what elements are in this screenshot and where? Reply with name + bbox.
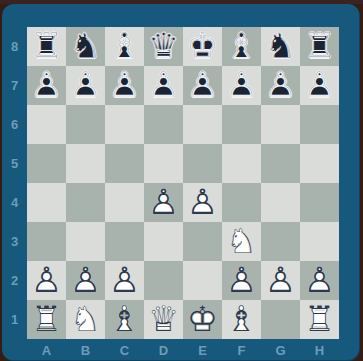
white-rook[interactable]: ♜♖: [300, 300, 339, 339]
piece-outline-glyph: ♖: [300, 300, 339, 339]
square-h5[interactable]: [300, 144, 339, 183]
white-pawn[interactable]: ♟♙: [300, 261, 339, 300]
black-rook[interactable]: ♜♖: [27, 27, 66, 66]
square-d6[interactable]: [144, 105, 183, 144]
black-knight[interactable]: ♞♘: [66, 27, 105, 66]
square-a2[interactable]: ♟♙: [27, 261, 66, 300]
piece-outline-glyph: ♖: [300, 27, 339, 66]
white-king[interactable]: ♚♔: [183, 300, 222, 339]
square-b1[interactable]: ♞♘: [66, 300, 105, 339]
black-pawn[interactable]: ♟♙: [300, 66, 339, 105]
black-pawn[interactable]: ♟♙: [222, 66, 261, 105]
square-h6[interactable]: [300, 105, 339, 144]
square-e1[interactable]: ♚♔: [183, 300, 222, 339]
square-a7[interactable]: ♟♙: [27, 66, 66, 105]
piece-outline-glyph: ♗: [222, 27, 261, 66]
square-c7[interactable]: ♟♙: [105, 66, 144, 105]
square-b3[interactable]: [66, 222, 105, 261]
square-e7[interactable]: ♟♙: [183, 66, 222, 105]
white-rook[interactable]: ♜♖: [27, 300, 66, 339]
piece-outline-glyph: ♘: [222, 222, 261, 261]
white-bishop[interactable]: ♝♗: [105, 300, 144, 339]
piece-outline-glyph: ♕: [144, 300, 183, 339]
square-d2[interactable]: [144, 261, 183, 300]
piece-outline-glyph: ♔: [183, 300, 222, 339]
black-pawn[interactable]: ♟♙: [183, 66, 222, 105]
square-a8[interactable]: ♜♖: [27, 27, 66, 66]
piece-outline-glyph: ♙: [300, 66, 339, 105]
board-frame: 87654321 ♜♖♞♘♝♗♛♕♚♔♝♗♞♘♜♖♟♙♟♙♟♙♟♙♟♙♟♙♟♙♟…: [2, 4, 360, 361]
rank-label-4: 4: [2, 183, 27, 222]
square-e6[interactable]: [183, 105, 222, 144]
file-label-h: H: [300, 340, 339, 360]
square-g3[interactable]: [261, 222, 300, 261]
square-g6[interactable]: [261, 105, 300, 144]
piece-outline-glyph: ♙: [222, 261, 261, 300]
piece-outline-glyph: ♘: [261, 27, 300, 66]
square-f6[interactable]: [222, 105, 261, 144]
piece-outline-glyph: ♗: [105, 27, 144, 66]
square-d8[interactable]: ♛♕: [144, 27, 183, 66]
square-h3[interactable]: [300, 222, 339, 261]
chess-board[interactable]: ♜♖♞♘♝♗♛♕♚♔♝♗♞♘♜♖♟♙♟♙♟♙♟♙♟♙♟♙♟♙♟♙♟♙♟♙♞♘♟♙…: [27, 27, 339, 339]
piece-outline-glyph: ♙: [261, 66, 300, 105]
piece-outline-glyph: ♙: [105, 261, 144, 300]
file-label-c: C: [105, 340, 144, 360]
square-c4[interactable]: [105, 183, 144, 222]
square-a6[interactable]: [27, 105, 66, 144]
white-pawn[interactable]: ♟♙: [183, 183, 222, 222]
square-d1[interactable]: ♛♕: [144, 300, 183, 339]
square-c1[interactable]: ♝♗: [105, 300, 144, 339]
piece-outline-glyph: ♖: [27, 300, 66, 339]
square-e3[interactable]: [183, 222, 222, 261]
square-f7[interactable]: ♟♙: [222, 66, 261, 105]
square-g4[interactable]: [261, 183, 300, 222]
square-d5[interactable]: [144, 144, 183, 183]
white-queen[interactable]: ♛♕: [144, 300, 183, 339]
piece-outline-glyph: ♙: [27, 66, 66, 105]
square-f5[interactable]: [222, 144, 261, 183]
white-pawn[interactable]: ♟♙: [66, 261, 105, 300]
white-bishop[interactable]: ♝♗: [222, 300, 261, 339]
square-b5[interactable]: [66, 144, 105, 183]
piece-outline-glyph: ♙: [66, 66, 105, 105]
square-e2[interactable]: [183, 261, 222, 300]
rank-label-5: 5: [2, 144, 27, 183]
square-b4[interactable]: [66, 183, 105, 222]
piece-outline-glyph: ♘: [66, 300, 105, 339]
square-e4[interactable]: ♟♙: [183, 183, 222, 222]
piece-outline-glyph: ♙: [261, 261, 300, 300]
rank-labels: 87654321: [2, 27, 27, 339]
square-h1[interactable]: ♜♖: [300, 300, 339, 339]
square-f4[interactable]: [222, 183, 261, 222]
black-pawn[interactable]: ♟♙: [261, 66, 300, 105]
piece-outline-glyph: ♙: [183, 183, 222, 222]
piece-outline-glyph: ♙: [144, 183, 183, 222]
square-c5[interactable]: [105, 144, 144, 183]
square-e8[interactable]: ♚♔: [183, 27, 222, 66]
square-h8[interactable]: ♜♖: [300, 27, 339, 66]
square-a1[interactable]: ♜♖: [27, 300, 66, 339]
rank-label-6: 6: [2, 105, 27, 144]
piece-outline-glyph: ♙: [144, 66, 183, 105]
rank-label-2: 2: [2, 261, 27, 300]
white-knight[interactable]: ♞♘: [66, 300, 105, 339]
white-pawn[interactable]: ♟♙: [261, 261, 300, 300]
black-knight[interactable]: ♞♘: [261, 27, 300, 66]
square-f8[interactable]: ♝♗: [222, 27, 261, 66]
file-label-e: E: [183, 340, 222, 360]
file-label-b: B: [66, 340, 105, 360]
square-f3[interactable]: ♞♘: [222, 222, 261, 261]
black-pawn[interactable]: ♟♙: [144, 66, 183, 105]
square-e5[interactable]: [183, 144, 222, 183]
piece-outline-glyph: ♙: [183, 66, 222, 105]
white-pawn[interactable]: ♟♙: [105, 261, 144, 300]
square-b7[interactable]: ♟♙: [66, 66, 105, 105]
square-c8[interactable]: ♝♗: [105, 27, 144, 66]
black-rook[interactable]: ♜♖: [300, 27, 339, 66]
square-b6[interactable]: [66, 105, 105, 144]
piece-outline-glyph: ♙: [222, 66, 261, 105]
black-bishop[interactable]: ♝♗: [105, 27, 144, 66]
square-g5[interactable]: [261, 144, 300, 183]
piece-outline-glyph: ♕: [144, 27, 183, 66]
black-pawn[interactable]: ♟♙: [66, 66, 105, 105]
black-king[interactable]: ♚♔: [183, 27, 222, 66]
rank-label-7: 7: [2, 66, 27, 105]
square-h4[interactable]: [300, 183, 339, 222]
white-pawn[interactable]: ♟♙: [144, 183, 183, 222]
square-d4[interactable]: ♟♙: [144, 183, 183, 222]
square-f1[interactable]: ♝♗: [222, 300, 261, 339]
square-a4[interactable]: [27, 183, 66, 222]
piece-outline-glyph: ♘: [66, 27, 105, 66]
square-c3[interactable]: [105, 222, 144, 261]
piece-outline-glyph: ♙: [300, 261, 339, 300]
rank-label-3: 3: [2, 222, 27, 261]
file-label-f: F: [222, 340, 261, 360]
piece-outline-glyph: ♗: [105, 300, 144, 339]
piece-outline-glyph: ♖: [27, 27, 66, 66]
square-a5[interactable]: [27, 144, 66, 183]
piece-outline-glyph: ♗: [222, 300, 261, 339]
white-pawn[interactable]: ♟♙: [222, 261, 261, 300]
square-h2[interactable]: ♟♙: [300, 261, 339, 300]
square-g2[interactable]: ♟♙: [261, 261, 300, 300]
square-a3[interactable]: [27, 222, 66, 261]
piece-outline-glyph: ♙: [66, 261, 105, 300]
piece-outline-glyph: ♔: [183, 27, 222, 66]
square-g8[interactable]: ♞♘: [261, 27, 300, 66]
square-c6[interactable]: [105, 105, 144, 144]
square-g7[interactable]: ♟♙: [261, 66, 300, 105]
piece-outline-glyph: ♙: [105, 66, 144, 105]
square-d3[interactable]: [144, 222, 183, 261]
file-label-g: G: [261, 340, 300, 360]
square-h7[interactable]: ♟♙: [300, 66, 339, 105]
file-label-d: D: [144, 340, 183, 360]
square-d7[interactable]: ♟♙: [144, 66, 183, 105]
black-bishop[interactable]: ♝♗: [222, 27, 261, 66]
white-pawn[interactable]: ♟♙: [27, 261, 66, 300]
square-c2[interactable]: ♟♙: [105, 261, 144, 300]
black-queen[interactable]: ♛♕: [144, 27, 183, 66]
rank-label-1: 1: [2, 300, 27, 339]
square-b8[interactable]: ♞♘: [66, 27, 105, 66]
file-label-a: A: [27, 340, 66, 360]
file-labels: ABCDEFGH: [27, 340, 339, 360]
square-f2[interactable]: ♟♙: [222, 261, 261, 300]
square-b2[interactable]: ♟♙: [66, 261, 105, 300]
square-g1[interactable]: [261, 300, 300, 339]
black-pawn[interactable]: ♟♙: [27, 66, 66, 105]
piece-outline-glyph: ♙: [27, 261, 66, 300]
black-pawn[interactable]: ♟♙: [105, 66, 144, 105]
white-knight[interactable]: ♞♘: [222, 222, 261, 261]
rank-label-8: 8: [2, 27, 27, 66]
